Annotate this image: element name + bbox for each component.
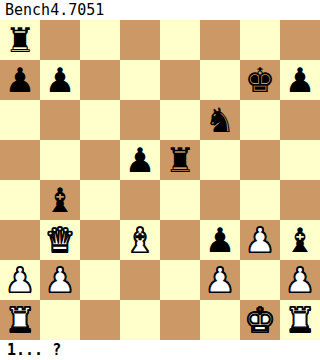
piece-black-pawn-f3[interactable]: ♟: [205, 220, 235, 260]
square-d6[interactable]: [120, 100, 160, 140]
square-c6[interactable]: [80, 100, 120, 140]
square-f5[interactable]: [200, 140, 240, 180]
piece-white-pawn-h2[interactable]: ♟: [285, 260, 315, 300]
square-g5[interactable]: [240, 140, 280, 180]
square-b4[interactable]: ♝: [40, 180, 80, 220]
square-d8[interactable]: [120, 20, 160, 60]
square-c2[interactable]: [80, 260, 120, 300]
square-e2[interactable]: [160, 260, 200, 300]
square-b7[interactable]: ♟: [40, 60, 80, 100]
piece-white-pawn-f2[interactable]: ♟: [205, 260, 235, 300]
square-b5[interactable]: [40, 140, 80, 180]
square-e6[interactable]: [160, 100, 200, 140]
square-e8[interactable]: [160, 20, 200, 60]
square-h1[interactable]: ♜: [280, 300, 320, 340]
square-b1[interactable]: [40, 300, 80, 340]
square-g1[interactable]: ♚: [240, 300, 280, 340]
square-h5[interactable]: [280, 140, 320, 180]
square-g2[interactable]: [240, 260, 280, 300]
piece-black-knight-f6[interactable]: ♞: [205, 100, 235, 140]
piece-black-king-g7[interactable]: ♚: [245, 60, 275, 100]
square-f2[interactable]: ♟: [200, 260, 240, 300]
square-g3[interactable]: ♟: [240, 220, 280, 260]
piece-black-bishop-h3[interactable]: ♝: [285, 220, 315, 260]
piece-black-pawn-b7[interactable]: ♟: [45, 60, 75, 100]
square-b2[interactable]: ♟: [40, 260, 80, 300]
square-g7[interactable]: ♚: [240, 60, 280, 100]
square-c3[interactable]: [80, 220, 120, 260]
piece-white-pawn-g3[interactable]: ♟: [245, 220, 275, 260]
square-b6[interactable]: [40, 100, 80, 140]
square-a5[interactable]: [0, 140, 40, 180]
piece-white-bishop-d3[interactable]: ♝: [125, 220, 155, 260]
square-h7[interactable]: ♟: [280, 60, 320, 100]
square-d2[interactable]: [120, 260, 160, 300]
piece-white-king-g1[interactable]: ♚: [245, 300, 275, 340]
square-e5[interactable]: ♜: [160, 140, 200, 180]
piece-white-pawn-a2[interactable]: ♟: [5, 260, 35, 300]
square-e7[interactable]: [160, 60, 200, 100]
piece-black-pawn-a7[interactable]: ♟: [5, 60, 35, 100]
square-a3[interactable]: [0, 220, 40, 260]
square-h2[interactable]: ♟: [280, 260, 320, 300]
square-d4[interactable]: [120, 180, 160, 220]
piece-white-pawn-b2[interactable]: ♟: [45, 260, 75, 300]
square-f3[interactable]: ♟: [200, 220, 240, 260]
square-h6[interactable]: [280, 100, 320, 140]
piece-black-rook-e5[interactable]: ♜: [165, 140, 195, 180]
square-b8[interactable]: [40, 20, 80, 60]
piece-white-rook-h1[interactable]: ♜: [285, 300, 315, 340]
square-f8[interactable]: [200, 20, 240, 60]
square-a2[interactable]: ♟: [0, 260, 40, 300]
square-a8[interactable]: ♜: [0, 20, 40, 60]
square-f4[interactable]: [200, 180, 240, 220]
piece-black-pawn-h7[interactable]: ♟: [285, 60, 315, 100]
piece-black-pawn-d5[interactable]: ♟: [125, 140, 155, 180]
square-f1[interactable]: [200, 300, 240, 340]
square-a1[interactable]: ♜: [0, 300, 40, 340]
square-e1[interactable]: [160, 300, 200, 340]
square-d1[interactable]: [120, 300, 160, 340]
square-c4[interactable]: [80, 180, 120, 220]
square-d7[interactable]: [120, 60, 160, 100]
square-h4[interactable]: [280, 180, 320, 220]
square-g8[interactable]: [240, 20, 280, 60]
square-e3[interactable]: [160, 220, 200, 260]
piece-black-rook-a8[interactable]: ♜: [5, 20, 35, 60]
square-d3[interactable]: ♝: [120, 220, 160, 260]
square-c8[interactable]: [80, 20, 120, 60]
square-a4[interactable]: [0, 180, 40, 220]
square-g4[interactable]: [240, 180, 280, 220]
square-d5[interactable]: ♟: [120, 140, 160, 180]
chess-diagram: Bench4.7051 ♜♟♟♚♟♞♟♜♝♛♝♟♟♝♟♟♟♟♜♚♜ 1... ?: [0, 0, 320, 360]
square-f7[interactable]: [200, 60, 240, 100]
square-g6[interactable]: [240, 100, 280, 140]
move-prompt: 1... ?: [0, 340, 320, 360]
square-c5[interactable]: [80, 140, 120, 180]
piece-white-queen-b3[interactable]: ♛: [45, 220, 75, 260]
square-a7[interactable]: ♟: [0, 60, 40, 100]
square-h3[interactable]: ♝: [280, 220, 320, 260]
square-c1[interactable]: [80, 300, 120, 340]
piece-black-bishop-b4[interactable]: ♝: [45, 180, 75, 220]
square-a6[interactable]: [0, 100, 40, 140]
square-c7[interactable]: [80, 60, 120, 100]
square-f6[interactable]: ♞: [200, 100, 240, 140]
diagram-title: Bench4.7051: [0, 0, 320, 20]
square-e4[interactable]: [160, 180, 200, 220]
chess-board: ♜♟♟♚♟♞♟♜♝♛♝♟♟♝♟♟♟♟♜♚♜: [0, 20, 320, 340]
piece-white-rook-a1[interactable]: ♜: [5, 300, 35, 340]
square-b3[interactable]: ♛: [40, 220, 80, 260]
square-h8[interactable]: [280, 20, 320, 60]
